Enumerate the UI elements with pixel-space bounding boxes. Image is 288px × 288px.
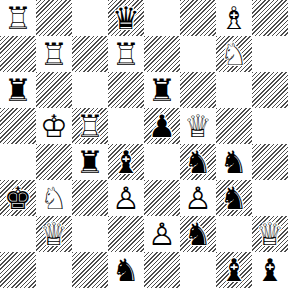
- square-h7[interactable]: [252, 36, 288, 72]
- piece-black-knight[interactable]: ♞: [180, 144, 216, 180]
- piece-white-knight[interactable]: ♞♘: [216, 36, 252, 72]
- square-c3[interactable]: [72, 180, 108, 216]
- piece-fill-layer: ♞: [216, 180, 252, 216]
- square-f6[interactable]: [180, 72, 216, 108]
- square-e3[interactable]: [144, 180, 180, 216]
- piece-outline-layer: ♗: [216, 0, 252, 36]
- square-e7[interactable]: [144, 36, 180, 72]
- piece-outline-layer: ♖: [72, 108, 108, 144]
- piece-black-rook[interactable]: ♜: [72, 144, 108, 180]
- square-a8[interactable]: ♜♖: [0, 0, 36, 36]
- piece-white-queen[interactable]: ♛♕: [180, 108, 216, 144]
- piece-outline-layer: ♕: [180, 108, 216, 144]
- piece-fill-layer: ♞: [108, 252, 144, 288]
- square-f4[interactable]: ♞: [180, 144, 216, 180]
- piece-white-pawn[interactable]: ♟♙: [108, 180, 144, 216]
- piece-black-bishop[interactable]: ♝: [108, 144, 144, 180]
- piece-fill-layer: ♞: [180, 216, 216, 252]
- piece-fill-layer: ♟: [144, 108, 180, 144]
- piece-white-rook[interactable]: ♜♖: [108, 36, 144, 72]
- piece-black-king[interactable]: ♚: [0, 180, 36, 216]
- piece-fill-layer: ♛: [108, 0, 144, 36]
- piece-black-knight[interactable]: ♞: [108, 252, 144, 288]
- piece-outline-layer: ♔: [36, 108, 72, 144]
- square-b1[interactable]: [36, 252, 72, 288]
- square-b6[interactable]: [36, 72, 72, 108]
- piece-outline-layer: ♘: [216, 36, 252, 72]
- piece-fill-layer: ♞: [180, 144, 216, 180]
- square-b8[interactable]: [36, 0, 72, 36]
- square-e6[interactable]: ♜: [144, 72, 180, 108]
- piece-fill-layer: ♜: [72, 144, 108, 180]
- square-f8[interactable]: [180, 0, 216, 36]
- square-h8[interactable]: [252, 0, 288, 36]
- piece-black-knight[interactable]: ♞: [216, 144, 252, 180]
- piece-white-king[interactable]: ♚♔: [36, 108, 72, 144]
- square-h2[interactable]: ♛♕: [252, 216, 288, 252]
- piece-white-rook[interactable]: ♜♖: [0, 0, 36, 36]
- piece-black-rook[interactable]: ♜: [144, 72, 180, 108]
- square-g4[interactable]: ♞: [216, 144, 252, 180]
- square-a7[interactable]: [0, 36, 36, 72]
- piece-fill-layer: ♜: [144, 72, 180, 108]
- square-a6[interactable]: ♜: [0, 72, 36, 108]
- piece-fill-layer: ♞: [216, 144, 252, 180]
- square-b3[interactable]: ♞♘: [36, 180, 72, 216]
- piece-black-knight[interactable]: ♞: [180, 216, 216, 252]
- square-g1[interactable]: ♝: [216, 252, 252, 288]
- square-c8[interactable]: [72, 0, 108, 36]
- piece-fill-layer: ♝: [108, 144, 144, 180]
- square-d4[interactable]: ♝: [108, 144, 144, 180]
- piece-outline-layer: ♖: [36, 36, 72, 72]
- square-h3[interactable]: [252, 180, 288, 216]
- piece-outline-layer: ♖: [0, 0, 36, 36]
- piece-black-rook[interactable]: ♜: [0, 72, 36, 108]
- piece-outline-layer: ♙: [108, 180, 144, 216]
- piece-black-queen[interactable]: ♛: [108, 0, 144, 36]
- square-c7[interactable]: [72, 36, 108, 72]
- square-d7[interactable]: ♜♖: [108, 36, 144, 72]
- square-d2[interactable]: [108, 216, 144, 252]
- square-g5[interactable]: [216, 108, 252, 144]
- square-c2[interactable]: [72, 216, 108, 252]
- piece-outline-layer: ♖: [108, 36, 144, 72]
- piece-white-bishop[interactable]: ♝♗: [216, 0, 252, 36]
- square-h1[interactable]: ♝: [252, 252, 288, 288]
- square-e8[interactable]: [144, 0, 180, 36]
- piece-fill-layer: ♝: [216, 252, 252, 288]
- piece-white-pawn[interactable]: ♟♙: [144, 216, 180, 252]
- piece-white-queen[interactable]: ♛♕: [252, 216, 288, 252]
- square-c6[interactable]: [72, 72, 108, 108]
- piece-fill-layer: ♝: [252, 252, 288, 288]
- square-a4[interactable]: [0, 144, 36, 180]
- square-a3[interactable]: ♚: [0, 180, 36, 216]
- chess-board: ♜♖♛♝♗♜♖♜♖♞♘♜♜♚♔♜♖♟♛♕♜♝♞♞♚♞♘♟♙♟♙♞♛♕♟♙♞♛♕♞…: [0, 0, 288, 288]
- square-h6[interactable]: [252, 72, 288, 108]
- piece-outline-layer: ♙: [144, 216, 180, 252]
- piece-outline-layer: ♕: [252, 216, 288, 252]
- piece-white-queen[interactable]: ♛♕: [36, 216, 72, 252]
- square-h5[interactable]: [252, 108, 288, 144]
- square-d6[interactable]: [108, 72, 144, 108]
- square-g8[interactable]: ♝♗: [216, 0, 252, 36]
- square-a2[interactable]: [0, 216, 36, 252]
- piece-fill-layer: ♜: [0, 72, 36, 108]
- square-d3[interactable]: ♟♙: [108, 180, 144, 216]
- square-h4[interactable]: [252, 144, 288, 180]
- square-e2[interactable]: ♟♙: [144, 216, 180, 252]
- square-b5[interactable]: ♚♔: [36, 108, 72, 144]
- square-d8[interactable]: ♛: [108, 0, 144, 36]
- square-g2[interactable]: [216, 216, 252, 252]
- square-f3[interactable]: ♟♙: [180, 180, 216, 216]
- square-g7[interactable]: ♞♘: [216, 36, 252, 72]
- piece-black-bishop[interactable]: ♝: [252, 252, 288, 288]
- piece-white-pawn[interactable]: ♟♙: [180, 180, 216, 216]
- square-g3[interactable]: ♞: [216, 180, 252, 216]
- piece-black-knight[interactable]: ♞: [216, 180, 252, 216]
- square-f1[interactable]: [180, 252, 216, 288]
- square-d1[interactable]: ♞: [108, 252, 144, 288]
- piece-outline-layer: ♙: [180, 180, 216, 216]
- piece-outline-layer: ♘: [36, 180, 72, 216]
- square-a5[interactable]: [0, 108, 36, 144]
- square-e1[interactable]: [144, 252, 180, 288]
- piece-white-rook[interactable]: ♜♖: [36, 36, 72, 72]
- square-c4[interactable]: ♜: [72, 144, 108, 180]
- square-f5[interactable]: ♛♕: [180, 108, 216, 144]
- square-d5[interactable]: [108, 108, 144, 144]
- square-e4[interactable]: [144, 144, 180, 180]
- piece-black-bishop[interactable]: ♝: [216, 252, 252, 288]
- piece-fill-layer: ♚: [0, 180, 36, 216]
- piece-white-knight[interactable]: ♞♘: [36, 180, 72, 216]
- piece-white-rook[interactable]: ♜♖: [72, 108, 108, 144]
- square-g6[interactable]: [216, 72, 252, 108]
- square-f7[interactable]: [180, 36, 216, 72]
- square-a1[interactable]: [0, 252, 36, 288]
- square-e5[interactable]: ♟: [144, 108, 180, 144]
- square-b7[interactable]: ♜♖: [36, 36, 72, 72]
- piece-outline-layer: ♕: [36, 216, 72, 252]
- square-f2[interactable]: ♞: [180, 216, 216, 252]
- square-b2[interactable]: ♛♕: [36, 216, 72, 252]
- square-b4[interactable]: [36, 144, 72, 180]
- square-c1[interactable]: [72, 252, 108, 288]
- square-c5[interactable]: ♜♖: [72, 108, 108, 144]
- piece-black-pawn[interactable]: ♟: [144, 108, 180, 144]
